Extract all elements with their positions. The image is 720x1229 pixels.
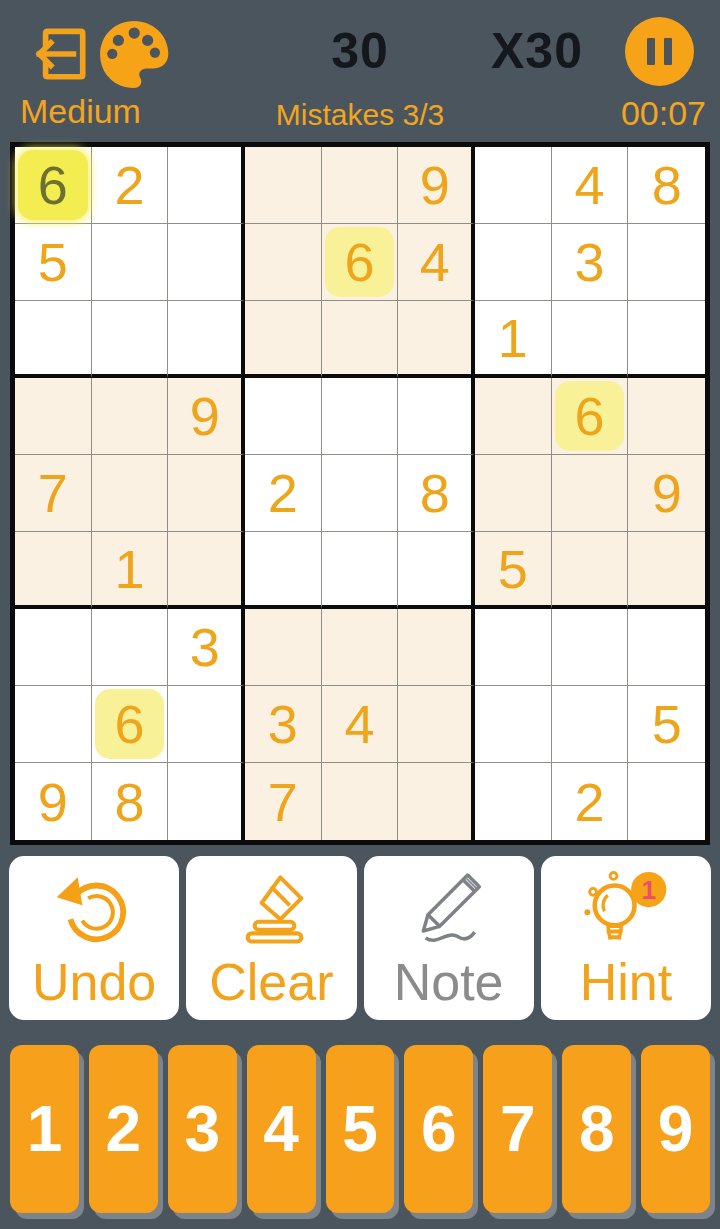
hint-label: Hint (580, 956, 672, 1008)
cell-r6c4[interactable] (245, 532, 322, 609)
cell-r1c3[interactable] (168, 147, 245, 224)
cell-r7c5[interactable] (322, 609, 399, 686)
cell-r1c2[interactable]: 2 (92, 147, 169, 224)
cell-r1c4[interactable] (245, 147, 322, 224)
cell-r1c1[interactable]: 6 (15, 147, 92, 224)
cell-r3c1[interactable] (15, 301, 92, 378)
difficulty-label: Medium (20, 92, 141, 131)
numpad-button-7[interactable]: 7 (483, 1045, 552, 1213)
cell-r7c6[interactable] (398, 609, 475, 686)
cell-r9c5[interactable] (322, 763, 399, 840)
cell-r5c7[interactable] (475, 455, 552, 532)
cell-digit: 4 (344, 697, 374, 751)
cell-r1c8[interactable]: 4 (552, 147, 629, 224)
cell-r3c3[interactable] (168, 301, 245, 378)
cell-r1c7[interactable] (475, 147, 552, 224)
numpad-button-1[interactable]: 1 (10, 1045, 79, 1213)
cell-digit: 8 (652, 158, 682, 212)
note-label: Note (394, 956, 504, 1008)
cell-r5c4[interactable]: 2 (245, 455, 322, 532)
cell-r6c6[interactable] (398, 532, 475, 609)
eraser-icon (229, 862, 313, 958)
cell-r8c5[interactable]: 4 (322, 686, 399, 763)
cell-r5c2[interactable] (92, 455, 169, 532)
cell-digit: 3 (190, 620, 220, 674)
cell-r4c5[interactable] (322, 378, 399, 455)
cell-r7c7[interactable] (475, 609, 552, 686)
cell-r8c3[interactable] (168, 686, 245, 763)
cell-r9c9[interactable] (628, 763, 705, 840)
cell-r4c2[interactable] (92, 378, 169, 455)
cell-digit: 6 (344, 235, 374, 289)
cell-r7c3[interactable]: 3 (168, 609, 245, 686)
cell-r8c6[interactable] (398, 686, 475, 763)
cell-digit: 2 (574, 775, 604, 829)
cell-digit: 2 (114, 158, 144, 212)
cell-r4c4[interactable] (245, 378, 322, 455)
cell-r2c9[interactable] (628, 224, 705, 301)
sudoku-grid: 629485643196728915363459872 (10, 142, 710, 845)
cell-r3c8[interactable] (552, 301, 629, 378)
cell-r1c5[interactable] (322, 147, 399, 224)
cell-r6c5[interactable] (322, 532, 399, 609)
cell-r4c1[interactable] (15, 378, 92, 455)
numpad-button-6[interactable]: 6 (404, 1045, 473, 1213)
cell-r5c5[interactable] (322, 455, 399, 532)
cell-digit: 8 (114, 775, 144, 829)
cell-digit: 6 (574, 389, 604, 443)
cell-r4c3[interactable]: 9 (168, 378, 245, 455)
cell-r2c2[interactable] (92, 224, 169, 301)
cell-digit: 5 (652, 697, 682, 751)
cell-digit: 5 (498, 542, 528, 596)
pencil-icon (407, 862, 491, 958)
note-button[interactable]: Note (364, 856, 534, 1020)
undo-label: Undo (32, 956, 156, 1008)
cell-r9c3[interactable] (168, 763, 245, 840)
exit-door-left-arrow-icon (26, 20, 92, 86)
cell-r4c8[interactable]: 6 (552, 378, 629, 455)
cell-r1c9[interactable]: 8 (628, 147, 705, 224)
cell-r7c9[interactable] (628, 609, 705, 686)
cell-digit: 8 (420, 466, 450, 520)
cell-r6c7[interactable]: 5 (475, 532, 552, 609)
cell-r2c5[interactable]: 6 (322, 224, 399, 301)
cell-r3c9[interactable] (628, 301, 705, 378)
cell-r5c8[interactable] (552, 455, 629, 532)
cell-digit: 1 (498, 311, 528, 365)
cell-r4c7[interactable] (475, 378, 552, 455)
cell-r6c9[interactable] (628, 532, 705, 609)
cell-r2c4[interactable] (245, 224, 322, 301)
hint-badge-count: 1 (641, 875, 656, 905)
cell-digit: 4 (574, 158, 604, 212)
cell-r9c4[interactable]: 7 (245, 763, 322, 840)
cell-r9c1[interactable]: 9 (15, 763, 92, 840)
exit-button[interactable] (26, 20, 92, 86)
cell-r9c6[interactable] (398, 763, 475, 840)
pause-icon (647, 38, 672, 65)
cell-digit: 6 (114, 697, 144, 751)
cell-r3c2[interactable] (92, 301, 169, 378)
cell-digit: 2 (268, 466, 298, 520)
cell-r8c7[interactable] (475, 686, 552, 763)
cell-r8c9[interactable]: 5 (628, 686, 705, 763)
cell-r7c1[interactable] (15, 609, 92, 686)
theme-palette-button[interactable] (94, 16, 172, 94)
cell-r2c7[interactable] (475, 224, 552, 301)
mistakes-counter: Mistakes 3/3 (160, 98, 560, 132)
cell-r9c7[interactable] (475, 763, 552, 840)
cell-r5c3[interactable] (168, 455, 245, 532)
numpad-button-5[interactable]: 5 (326, 1045, 395, 1213)
cell-r8c4[interactable]: 3 (245, 686, 322, 763)
numpad-button-4[interactable]: 4 (247, 1045, 316, 1213)
cell-r3c6[interactable] (398, 301, 475, 378)
cell-r4c6[interactable] (398, 378, 475, 455)
cell-digit: 6 (38, 158, 68, 212)
cell-r8c8[interactable] (552, 686, 629, 763)
cell-r5c1[interactable]: 7 (15, 455, 92, 532)
lightbulb-icon: 1 (576, 862, 676, 958)
cell-r2c3[interactable] (168, 224, 245, 301)
cell-r9c8[interactable]: 2 (552, 763, 629, 840)
cell-r7c8[interactable] (552, 609, 629, 686)
toolbar: Undo Clear (9, 856, 711, 1020)
cell-r3c4[interactable] (245, 301, 322, 378)
cell-digit: 7 (38, 466, 68, 520)
cell-digit: 3 (574, 235, 604, 289)
numpad-button-3[interactable]: 3 (168, 1045, 237, 1213)
cell-r6c2[interactable]: 1 (92, 532, 169, 609)
cell-digit: 9 (38, 775, 68, 829)
palette-icon (94, 16, 172, 94)
pause-button[interactable] (625, 17, 694, 86)
cell-r7c2[interactable] (92, 609, 169, 686)
cell-digit: 3 (268, 697, 298, 751)
cell-digit: 9 (652, 466, 682, 520)
cell-r8c1[interactable] (15, 686, 92, 763)
cell-r5c9[interactable]: 9 (628, 455, 705, 532)
cell-r6c3[interactable] (168, 532, 245, 609)
cell-r4c9[interactable] (628, 378, 705, 455)
cell-r7c4[interactable] (245, 609, 322, 686)
cell-digit: 9 (190, 389, 220, 443)
hint-button[interactable]: 1 Hint (541, 856, 711, 1020)
undo-arrow-icon (52, 862, 136, 958)
cell-r3c7[interactable]: 1 (475, 301, 552, 378)
cell-digit: 9 (420, 158, 450, 212)
timer: 00:07 (621, 94, 706, 133)
clear-button[interactable]: Clear (186, 856, 356, 1020)
numpad: 123456789 (10, 1045, 710, 1213)
cell-r1c6[interactable]: 9 (398, 147, 475, 224)
numpad-button-8[interactable]: 8 (562, 1045, 631, 1213)
sudoku-app-screen: 30 X30 Medium Mistakes 3/3 00:07 6294856… (0, 0, 720, 1229)
cell-r9c2[interactable]: 8 (92, 763, 169, 840)
undo-button[interactable]: Undo (9, 856, 179, 1020)
cell-r5c6[interactable]: 8 (398, 455, 475, 532)
cell-r2c1[interactable]: 5 (15, 224, 92, 301)
cell-r2c8[interactable]: 3 (552, 224, 629, 301)
cell-r6c8[interactable] (552, 532, 629, 609)
cell-digit: 1 (114, 542, 144, 596)
numpad-button-9[interactable]: 9 (641, 1045, 710, 1213)
clear-label: Clear (209, 956, 333, 1008)
score-multiplier: X30 (447, 22, 627, 80)
score-value: 30 (270, 22, 450, 80)
cell-r2c6[interactable]: 4 (398, 224, 475, 301)
cell-digit: 5 (38, 235, 68, 289)
numpad-button-2[interactable]: 2 (89, 1045, 158, 1213)
cell-r3c5[interactable] (322, 301, 399, 378)
cell-digit: 4 (420, 235, 450, 289)
cell-r6c1[interactable] (15, 532, 92, 609)
cell-digit: 7 (268, 775, 298, 829)
cell-r8c2[interactable]: 6 (92, 686, 169, 763)
